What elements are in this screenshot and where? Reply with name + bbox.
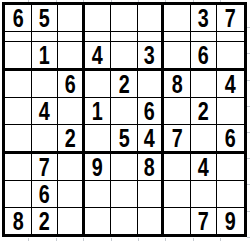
- cell-r7c2[interactable]: 7: [32, 154, 59, 181]
- cell-r8c9[interactable]: [217, 181, 244, 208]
- cell-r4c7[interactable]: 8: [164, 71, 191, 98]
- cell-r5c4[interactable]: 1: [85, 98, 112, 125]
- cell-r8c5[interactable]: [111, 181, 138, 208]
- cell-digit: 5: [39, 5, 50, 31]
- cell-r9c3[interactable]: [58, 208, 85, 234]
- cell-r4c3[interactable]: 6: [58, 71, 85, 98]
- cell-r3c5[interactable]: [111, 42, 138, 71]
- cell-r6c6[interactable]: 4: [138, 125, 165, 154]
- cell-r1c4[interactable]: [85, 5, 112, 32]
- cell-r9c8[interactable]: 7: [191, 208, 218, 234]
- cell-digit: 4: [225, 71, 236, 97]
- cell-r4c6[interactable]: [138, 71, 165, 98]
- cell-digit: 7: [225, 5, 236, 31]
- cell-r5c6[interactable]: 6: [138, 98, 165, 125]
- cell-r5c7[interactable]: [164, 98, 191, 125]
- cell-r4c4[interactable]: [85, 71, 112, 98]
- cell-digit: 7: [39, 154, 50, 180]
- cell-digit: 7: [172, 125, 183, 151]
- cell-digit: 6: [198, 42, 209, 68]
- cell-r1c8[interactable]: 3: [191, 5, 218, 32]
- cell-r2c9[interactable]: [217, 32, 244, 42]
- cell-r9c1[interactable]: 8: [5, 208, 32, 234]
- cell-digit: 6: [39, 181, 50, 207]
- cell-r7c3[interactable]: [58, 154, 85, 181]
- cell-r5c1[interactable]: [5, 98, 32, 125]
- cell-r6c4[interactable]: [85, 125, 112, 154]
- cell-r9c6[interactable]: [138, 208, 165, 234]
- cell-r4c1[interactable]: [5, 71, 32, 98]
- cell-r7c1[interactable]: [5, 154, 32, 181]
- cell-r6c9[interactable]: 6: [217, 125, 244, 154]
- cell-r5c9[interactable]: [217, 98, 244, 125]
- cell-r9c7[interactable]: [164, 208, 191, 234]
- cell-digit: 9: [225, 208, 236, 234]
- cell-r7c5[interactable]: [111, 154, 138, 181]
- cell-r4c9[interactable]: 4: [217, 71, 244, 98]
- cell-r7c7[interactable]: [164, 154, 191, 181]
- cell-r4c5[interactable]: 2: [111, 71, 138, 98]
- cell-digit: 6: [64, 71, 75, 97]
- cell-digit: 6: [144, 98, 155, 124]
- cell-digit: 4: [198, 154, 209, 180]
- cell-r6c7[interactable]: 7: [164, 125, 191, 154]
- cell-digit: 8: [144, 154, 155, 180]
- cell-r2c7[interactable]: [164, 32, 191, 42]
- cell-r5c8[interactable]: 2: [191, 98, 218, 125]
- cell-r6c5[interactable]: 5: [111, 125, 138, 154]
- cell-digit: 2: [198, 98, 209, 124]
- cell-r3c7[interactable]: [164, 42, 191, 71]
- cell-r9c4[interactable]: [85, 208, 112, 234]
- cell-r3c6[interactable]: 3: [138, 42, 165, 71]
- cell-digit: 6: [225, 125, 236, 151]
- spreadsheet-gridline-stubs-right: [247, 2, 250, 239]
- cell-r1c2[interactable]: 5: [32, 5, 59, 32]
- cell-r1c5[interactable]: [111, 5, 138, 32]
- cell-digit: 8: [172, 71, 183, 97]
- cell-r1c6[interactable]: [138, 5, 165, 32]
- cell-r3c3[interactable]: [58, 42, 85, 71]
- cell-r6c1[interactable]: [5, 125, 32, 154]
- cell-r6c2[interactable]: [32, 125, 59, 154]
- cell-r8c8[interactable]: [191, 181, 218, 208]
- cell-digit: 4: [144, 125, 155, 151]
- cell-digit: 3: [198, 5, 209, 31]
- cell-digit: 5: [118, 125, 129, 151]
- cell-r9c2[interactable]: 2: [32, 208, 59, 234]
- cell-r2c3[interactable]: [58, 32, 85, 42]
- cell-digit: 4: [92, 42, 103, 68]
- cell-r3c2[interactable]: 1: [32, 42, 59, 71]
- cell-digit: 1: [39, 42, 50, 68]
- cell-r7c8[interactable]: 4: [191, 154, 218, 181]
- cell-digit: 6: [12, 5, 23, 31]
- cell-r3c4[interactable]: 4: [85, 42, 112, 71]
- cell-r5c5[interactable]: [111, 98, 138, 125]
- cell-digit: 2: [118, 71, 129, 97]
- cell-r1c7[interactable]: [164, 5, 191, 32]
- cell-digit: 3: [144, 42, 155, 68]
- cell-r8c4[interactable]: [85, 181, 112, 208]
- cell-digit: 1: [92, 98, 103, 124]
- cell-digit: 2: [39, 208, 50, 234]
- cell-r8c6[interactable]: [138, 181, 165, 208]
- cell-digit: 9: [92, 154, 103, 180]
- cell-r1c1[interactable]: 6: [5, 5, 32, 32]
- cell-r2c1[interactable]: [5, 32, 32, 42]
- cell-r3c8[interactable]: 6: [191, 42, 218, 71]
- cell-r4c8[interactable]: [191, 71, 218, 98]
- cell-r3c1[interactable]: [5, 42, 32, 71]
- cell-r9c9[interactable]: 9: [217, 208, 244, 234]
- cell-digit: 8: [12, 208, 23, 234]
- cell-r6c8[interactable]: [191, 125, 218, 154]
- cell-r3c9[interactable]: [217, 42, 244, 71]
- cell-digit: 4: [39, 98, 50, 124]
- sudoku-board: 653714366284416225476798468279: [2, 2, 247, 237]
- cell-r5c3[interactable]: [58, 98, 85, 125]
- sudoku-puzzle-screenshot: 653714366284416225476798468279: [0, 0, 250, 241]
- cell-r7c6[interactable]: 8: [138, 154, 165, 181]
- cell-r5c2[interactable]: 4: [32, 98, 59, 125]
- cell-r8c1[interactable]: [5, 181, 32, 208]
- cell-digit: 7: [198, 208, 209, 234]
- cell-r8c2[interactable]: 6: [32, 181, 59, 208]
- cell-r4c2[interactable]: [32, 71, 59, 98]
- cell-r1c3[interactable]: [58, 5, 85, 32]
- cell-r1c9[interactable]: 7: [217, 5, 244, 32]
- cell-r6c3[interactable]: 2: [58, 125, 85, 154]
- cell-r9c5[interactable]: [111, 208, 138, 234]
- cell-r8c3[interactable]: [58, 181, 85, 208]
- cell-r7c9[interactable]: [217, 154, 244, 181]
- cell-r7c4[interactable]: 9: [85, 154, 112, 181]
- cell-digit: 2: [64, 125, 75, 151]
- cell-r2c5[interactable]: [111, 32, 138, 42]
- cell-r8c7[interactable]: [164, 181, 191, 208]
